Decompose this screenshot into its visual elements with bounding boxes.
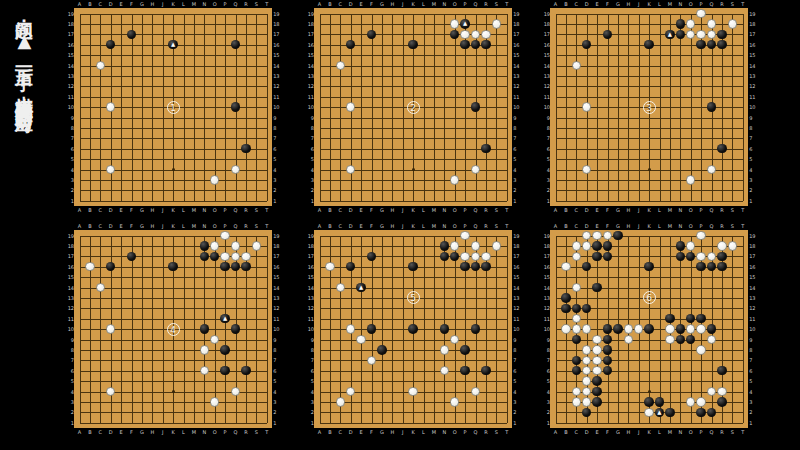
- black-stone: [231, 102, 241, 112]
- column-label: J: [398, 429, 408, 435]
- black-stone: [717, 397, 727, 407]
- row-label: 7: [513, 357, 521, 363]
- white-stone: [367, 356, 377, 366]
- row-label: 15: [749, 52, 757, 58]
- column-label: B: [325, 1, 335, 7]
- black-stone: [686, 314, 696, 324]
- black-stone: [603, 356, 613, 366]
- row-label: 19: [749, 11, 757, 17]
- column-label: T: [738, 429, 748, 435]
- row-label: 1: [273, 198, 281, 204]
- white-stone: [696, 30, 706, 40]
- column-label: G: [377, 1, 387, 7]
- black-stone: [106, 40, 116, 50]
- row-label: 3: [749, 399, 757, 405]
- white-stone: [707, 30, 717, 40]
- black-stone: ▲: [356, 283, 366, 293]
- white-stone: [346, 102, 356, 112]
- column-label: M: [189, 223, 199, 229]
- white-stone: [707, 252, 717, 262]
- column-label: Q: [231, 429, 241, 435]
- column-label: L: [419, 207, 429, 213]
- row-label: 1: [66, 198, 74, 204]
- black-stone: [603, 366, 613, 376]
- column-label: O: [210, 207, 220, 213]
- row-label: 13: [513, 295, 521, 301]
- column-label: H: [147, 1, 157, 7]
- row-label: 11: [273, 94, 281, 100]
- white-stone: [440, 366, 450, 376]
- row-label: 6: [749, 368, 757, 374]
- column-label: O: [686, 1, 696, 7]
- column-label: R: [717, 1, 727, 7]
- row-label: 14: [273, 63, 281, 69]
- white-stone: [686, 241, 696, 251]
- column-label: T: [502, 223, 512, 229]
- row-label: 7: [273, 135, 281, 141]
- column-label: P: [460, 429, 470, 435]
- row-label: 16: [273, 42, 281, 48]
- row-label: 19: [66, 11, 74, 17]
- row-label: 17: [513, 253, 521, 259]
- row-label: 17: [542, 253, 550, 259]
- white-stone: [644, 408, 654, 418]
- column-label: B: [85, 223, 95, 229]
- row-label: 3: [306, 399, 314, 405]
- row-label: 6: [749, 146, 757, 152]
- row-label: 11: [66, 94, 74, 100]
- row-label: 3: [273, 177, 281, 183]
- white-stone: [572, 61, 582, 71]
- row-label: 8: [513, 125, 521, 131]
- goban-grid: ▲5: [314, 230, 512, 428]
- column-label: T: [738, 223, 748, 229]
- column-label: E: [356, 1, 366, 7]
- column-label: Q: [471, 429, 481, 435]
- row-label: 11: [542, 316, 550, 322]
- white-stone: [592, 335, 602, 345]
- black-stone: [200, 252, 210, 262]
- row-label: 12: [273, 305, 281, 311]
- column-label: R: [717, 207, 727, 213]
- column-label: O: [450, 429, 460, 435]
- white-stone: [440, 345, 450, 355]
- white-stone: [336, 397, 346, 407]
- black-stone: ▲: [220, 314, 230, 324]
- column-label: K: [408, 223, 418, 229]
- last-move-triangle-marker: ▲: [668, 31, 672, 37]
- column-label: K: [168, 429, 178, 435]
- row-label: 13: [306, 73, 314, 79]
- white-stone: [572, 314, 582, 324]
- column-label: Q: [707, 1, 717, 7]
- white-stone: [336, 61, 346, 71]
- row-label: 4: [273, 167, 281, 173]
- white-stone: [624, 324, 634, 334]
- row-label: 12: [749, 305, 757, 311]
- white-stone: [707, 19, 717, 29]
- column-label: Q: [707, 207, 717, 213]
- row-label: 11: [749, 316, 757, 322]
- row-label: 16: [749, 264, 757, 270]
- row-label: 7: [513, 135, 521, 141]
- row-label: 3: [513, 399, 521, 405]
- last-move-triangle-marker: ▲: [657, 409, 661, 415]
- column-label: C: [95, 223, 105, 229]
- black-stone: [561, 293, 571, 303]
- black-stone: [231, 40, 241, 50]
- white-stone: [582, 397, 592, 407]
- black-stone: [717, 30, 727, 40]
- last-move-triangle-marker: ▲: [359, 284, 363, 290]
- black-stone: [655, 397, 665, 407]
- column-label: S: [491, 223, 501, 229]
- row-label: 8: [542, 125, 550, 131]
- column-label: D: [346, 207, 356, 213]
- column-label: C: [95, 207, 105, 213]
- black-stone: [717, 252, 727, 262]
- row-label: 1: [542, 198, 550, 204]
- row-label: 17: [513, 31, 521, 37]
- row-label: 15: [273, 52, 281, 58]
- column-label: L: [655, 223, 665, 229]
- row-label: 19: [542, 233, 550, 239]
- black-stone: [603, 252, 613, 262]
- column-label: P: [696, 207, 706, 213]
- column-label: H: [387, 1, 397, 7]
- column-label: G: [137, 223, 147, 229]
- diagram-number-4: 4: [167, 323, 180, 336]
- white-stone: [572, 387, 582, 397]
- row-label: 8: [749, 347, 757, 353]
- white-stone: [346, 324, 356, 334]
- row-label: 7: [542, 135, 550, 141]
- black-stone: [696, 40, 706, 50]
- row-label: 10: [306, 326, 314, 332]
- black-stone: ▲: [655, 408, 665, 418]
- white-stone: [686, 30, 696, 40]
- black-stone: [440, 324, 450, 334]
- row-label: 12: [66, 305, 74, 311]
- white-stone: [582, 324, 592, 334]
- white-stone: [210, 397, 220, 407]
- white-stone: [210, 335, 220, 345]
- white-stone: [696, 345, 706, 355]
- column-label: H: [623, 207, 633, 213]
- row-label: 12: [306, 305, 314, 311]
- row-label: 15: [542, 274, 550, 280]
- column-label: G: [613, 1, 623, 7]
- row-label: 7: [306, 135, 314, 141]
- row-label: 11: [542, 94, 550, 100]
- row-label: 16: [306, 264, 314, 270]
- row-label: 9: [66, 337, 74, 343]
- black-stone: [665, 314, 675, 324]
- white-stone: [592, 366, 602, 376]
- row-label: 6: [66, 368, 74, 374]
- column-label: H: [387, 223, 397, 229]
- row-label: 19: [749, 233, 757, 239]
- row-label: 1: [66, 420, 74, 426]
- column-label: A: [551, 223, 561, 229]
- black-stone: [346, 40, 356, 50]
- row-label: 11: [273, 316, 281, 322]
- white-stone: [582, 345, 592, 355]
- star-point: [648, 390, 651, 393]
- row-label: 4: [513, 389, 521, 395]
- row-label: 18: [513, 243, 521, 249]
- column-label: F: [603, 429, 613, 435]
- column-label: K: [644, 207, 654, 213]
- row-label: 1: [749, 198, 757, 204]
- row-label: 3: [749, 177, 757, 183]
- column-label: O: [686, 223, 696, 229]
- column-label: D: [582, 1, 592, 7]
- go-board-6: ▲6AA1919BB1818CC1717DD1616EE1515FF1414GG…: [542, 222, 758, 444]
- black-stone: ▲: [168, 40, 178, 50]
- white-stone: [106, 324, 116, 334]
- column-label: B: [325, 223, 335, 229]
- row-label: 2: [306, 409, 314, 415]
- row-label: 16: [66, 42, 74, 48]
- column-label: Q: [471, 223, 481, 229]
- row-label: 18: [749, 21, 757, 27]
- column-label: J: [158, 1, 168, 7]
- row-label: 17: [66, 253, 74, 259]
- row-label: 14: [273, 285, 281, 291]
- black-stone: [644, 397, 654, 407]
- row-label: 4: [542, 167, 550, 173]
- white-stone: [728, 19, 738, 29]
- row-label: 5: [749, 378, 757, 384]
- column-label: A: [75, 207, 85, 213]
- white-stone: [696, 231, 706, 241]
- column-label: G: [613, 223, 623, 229]
- column-label: R: [241, 1, 251, 7]
- row-label: 14: [306, 63, 314, 69]
- row-label: 10: [273, 104, 281, 110]
- column-label: G: [137, 1, 147, 7]
- white-stone: [686, 19, 696, 29]
- black-stone: [592, 376, 602, 386]
- row-label: 14: [542, 63, 550, 69]
- row-label: 1: [749, 420, 757, 426]
- row-label: 4: [542, 389, 550, 395]
- column-label: G: [137, 429, 147, 435]
- white-stone: [106, 387, 116, 397]
- white-stone: [634, 324, 644, 334]
- row-label: 1: [513, 198, 521, 204]
- black-stone: [676, 19, 686, 29]
- column-label: B: [325, 429, 335, 435]
- row-label: 7: [749, 357, 757, 363]
- black-stone: [676, 30, 686, 40]
- black-stone: [582, 262, 592, 272]
- column-label: H: [147, 429, 157, 435]
- column-label: D: [346, 1, 356, 7]
- black-stone: [613, 231, 623, 241]
- white-stone: [460, 252, 470, 262]
- column-label: L: [179, 429, 189, 435]
- row-label: 7: [273, 357, 281, 363]
- column-label: S: [491, 207, 501, 213]
- row-label: 2: [749, 187, 757, 193]
- white-stone: [707, 335, 717, 345]
- diagram-number-2: 2: [407, 101, 420, 114]
- row-label: 8: [513, 347, 521, 353]
- column-label: T: [262, 223, 272, 229]
- column-label: L: [655, 1, 665, 7]
- white-stone: [231, 165, 241, 175]
- column-label: C: [335, 207, 345, 213]
- row-label: 2: [513, 409, 521, 415]
- row-label: 12: [513, 83, 521, 89]
- row-label: 4: [306, 167, 314, 173]
- white-stone: [481, 30, 491, 40]
- column-label: O: [210, 429, 220, 435]
- column-label: K: [168, 1, 178, 7]
- column-label: P: [460, 207, 470, 213]
- row-label: 2: [749, 409, 757, 415]
- black-stone: [676, 335, 686, 345]
- row-label: 9: [273, 337, 281, 343]
- white-stone: [592, 356, 602, 366]
- black-stone: [367, 30, 377, 40]
- column-label: S: [251, 223, 261, 229]
- row-label: 2: [542, 409, 550, 415]
- column-label: O: [686, 429, 696, 435]
- white-stone: [460, 30, 470, 40]
- column-label: G: [613, 207, 623, 213]
- white-stone: [346, 165, 356, 175]
- column-label: S: [727, 429, 737, 435]
- row-label: 10: [749, 326, 757, 332]
- white-stone: [582, 376, 592, 386]
- black-stone: [210, 252, 220, 262]
- row-label: 15: [513, 52, 521, 58]
- problem-caption: 问题：▲后下一手 大模样对局的判断与应对: [12, 6, 36, 446]
- column-label: C: [95, 429, 105, 435]
- column-label: N: [675, 223, 685, 229]
- row-label: 4: [749, 167, 757, 173]
- column-label: R: [481, 429, 491, 435]
- white-stone: [252, 241, 262, 251]
- white-stone: [346, 387, 356, 397]
- column-label: K: [644, 223, 654, 229]
- white-stone: [106, 102, 116, 112]
- row-label: 1: [273, 420, 281, 426]
- column-label: C: [335, 1, 345, 7]
- column-label: R: [481, 1, 491, 7]
- row-label: 16: [749, 42, 757, 48]
- black-stone: [707, 408, 717, 418]
- column-label: F: [127, 223, 137, 229]
- column-label: T: [502, 207, 512, 213]
- black-stone: [200, 324, 210, 334]
- column-label: M: [429, 429, 439, 435]
- column-label: M: [665, 223, 675, 229]
- row-label: 4: [66, 389, 74, 395]
- row-label: 17: [66, 31, 74, 37]
- white-stone: [582, 366, 592, 376]
- black-stone: [377, 345, 387, 355]
- column-label: L: [419, 223, 429, 229]
- column-label: C: [571, 223, 581, 229]
- row-label: 12: [749, 83, 757, 89]
- row-label: 4: [66, 167, 74, 173]
- row-label: 2: [66, 187, 74, 193]
- row-label: 4: [749, 389, 757, 395]
- column-label: F: [603, 207, 613, 213]
- column-label: K: [408, 1, 418, 7]
- row-label: 11: [306, 316, 314, 322]
- row-label: 5: [542, 156, 550, 162]
- column-label: T: [262, 1, 272, 7]
- row-label: 10: [749, 104, 757, 110]
- white-stone: [717, 387, 727, 397]
- column-label: G: [377, 429, 387, 435]
- column-label: H: [387, 207, 397, 213]
- white-stone: [572, 252, 582, 262]
- row-label: 13: [66, 295, 74, 301]
- black-stone: [220, 345, 230, 355]
- row-label: 19: [273, 233, 281, 239]
- column-label: L: [419, 1, 429, 7]
- row-label: 16: [66, 264, 74, 270]
- black-stone: [686, 335, 696, 345]
- black-stone: [676, 324, 686, 334]
- column-label: B: [85, 1, 95, 7]
- star-point: [172, 168, 175, 171]
- black-stone: [572, 356, 582, 366]
- row-label: 17: [749, 31, 757, 37]
- white-stone: [231, 241, 241, 251]
- column-label: E: [592, 207, 602, 213]
- row-label: 9: [66, 115, 74, 121]
- column-label: A: [315, 223, 325, 229]
- go-board-5: ▲5AA1919BB1818CC1717DD1616EE1515FF1414GG…: [306, 222, 522, 444]
- white-stone: [696, 252, 706, 262]
- row-label: 14: [749, 285, 757, 291]
- white-stone: [336, 283, 346, 293]
- column-label: Q: [471, 207, 481, 213]
- row-label: 9: [306, 337, 314, 343]
- row-label: 7: [306, 357, 314, 363]
- row-label: 13: [542, 295, 550, 301]
- black-stone: ▲: [665, 30, 675, 40]
- row-label: 8: [749, 125, 757, 131]
- row-label: 5: [542, 378, 550, 384]
- column-label: B: [85, 207, 95, 213]
- column-label: R: [717, 223, 727, 229]
- white-stone: [592, 345, 602, 355]
- black-stone: [481, 144, 491, 154]
- row-label: 14: [306, 285, 314, 291]
- black-stone: [346, 262, 356, 272]
- row-label: 6: [542, 146, 550, 152]
- column-label: T: [262, 429, 272, 435]
- diagram-number-1: 1: [167, 101, 180, 114]
- row-label: 10: [273, 326, 281, 332]
- black-stone: [644, 40, 654, 50]
- row-label: 19: [273, 11, 281, 17]
- white-stone: [96, 283, 106, 293]
- row-label: 18: [66, 21, 74, 27]
- last-move-triangle-marker: ▲: [463, 21, 467, 27]
- row-label: 14: [66, 63, 74, 69]
- black-stone: [471, 102, 481, 112]
- row-label: 12: [542, 305, 550, 311]
